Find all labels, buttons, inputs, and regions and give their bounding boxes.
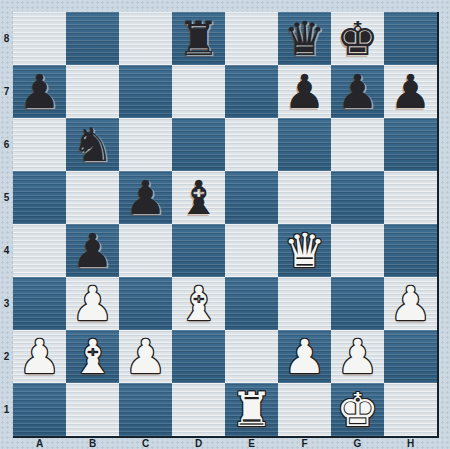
square-e3[interactable] (225, 277, 278, 330)
square-c4[interactable] (119, 224, 172, 277)
square-c7[interactable] (119, 65, 172, 118)
piece-black-pawn: ♟ (13, 65, 66, 118)
rank-label-6: 6 (0, 118, 13, 171)
square-b2[interactable]: ♝ (66, 330, 119, 383)
chess-board: ♜♛♚♟♟♟♟♞♟♝♟♛♟♝♟♟♝♟♟♟♜♚ (13, 12, 439, 438)
square-d6[interactable] (172, 118, 225, 171)
square-b5[interactable] (66, 171, 119, 224)
square-b7[interactable] (66, 65, 119, 118)
square-c3[interactable] (119, 277, 172, 330)
square-e6[interactable] (225, 118, 278, 171)
chess-diagram: 87654321 ♜♛♚♟♟♟♟♞♟♝♟♛♟♝♟♟♝♟♟♟♜♚ ABCDEFGH (0, 0, 450, 449)
file-label-e: E (225, 437, 278, 449)
square-f1[interactable] (278, 383, 331, 436)
square-c8[interactable] (119, 12, 172, 65)
file-label-c: C (119, 437, 172, 449)
square-b6[interactable]: ♞ (66, 118, 119, 171)
file-labels: ABCDEFGH (13, 437, 437, 449)
square-d8[interactable]: ♜ (172, 12, 225, 65)
square-g2[interactable]: ♟ (331, 330, 384, 383)
square-d2[interactable] (172, 330, 225, 383)
piece-black-pawn: ♟ (384, 65, 437, 118)
square-h2[interactable] (384, 330, 437, 383)
square-a2[interactable]: ♟ (13, 330, 66, 383)
square-g6[interactable] (331, 118, 384, 171)
piece-white-pawn: ♟ (13, 330, 66, 383)
piece-black-pawn: ♟ (66, 224, 119, 277)
file-label-g: G (331, 437, 384, 449)
square-g5[interactable] (331, 171, 384, 224)
square-c1[interactable] (119, 383, 172, 436)
square-b8[interactable] (66, 12, 119, 65)
square-e4[interactable] (225, 224, 278, 277)
rank-label-1: 1 (0, 383, 13, 436)
square-g4[interactable] (331, 224, 384, 277)
rank-label-8: 8 (0, 12, 13, 65)
square-d4[interactable] (172, 224, 225, 277)
piece-white-queen: ♛ (278, 224, 331, 277)
square-b3[interactable]: ♟ (66, 277, 119, 330)
square-e8[interactable] (225, 12, 278, 65)
square-b1[interactable] (66, 383, 119, 436)
square-e2[interactable] (225, 330, 278, 383)
piece-black-queen: ♛ (278, 12, 331, 65)
rank-label-4: 4 (0, 224, 13, 277)
rank-label-5: 5 (0, 171, 13, 224)
piece-black-knight: ♞ (66, 118, 119, 171)
square-d3[interactable]: ♝ (172, 277, 225, 330)
piece-white-pawn: ♟ (278, 330, 331, 383)
piece-black-rook: ♜ (172, 12, 225, 65)
piece-white-rook: ♜ (225, 383, 278, 436)
rank-label-2: 2 (0, 330, 13, 383)
square-h4[interactable] (384, 224, 437, 277)
square-e7[interactable] (225, 65, 278, 118)
square-e5[interactable] (225, 171, 278, 224)
square-h8[interactable] (384, 12, 437, 65)
square-f5[interactable] (278, 171, 331, 224)
square-g1[interactable]: ♚ (331, 383, 384, 436)
rank-label-3: 3 (0, 277, 13, 330)
piece-white-pawn: ♟ (66, 277, 119, 330)
rank-labels: 87654321 (0, 12, 13, 436)
piece-white-pawn: ♟ (384, 277, 437, 330)
square-d5[interactable]: ♝ (172, 171, 225, 224)
piece-white-pawn: ♟ (119, 330, 172, 383)
square-g7[interactable]: ♟ (331, 65, 384, 118)
square-d1[interactable] (172, 383, 225, 436)
square-f7[interactable]: ♟ (278, 65, 331, 118)
square-a7[interactable]: ♟ (13, 65, 66, 118)
square-f8[interactable]: ♛ (278, 12, 331, 65)
file-label-f: F (278, 437, 331, 449)
file-label-h: H (384, 437, 437, 449)
square-h1[interactable] (384, 383, 437, 436)
square-a5[interactable] (13, 171, 66, 224)
piece-black-pawn: ♟ (119, 171, 172, 224)
square-h7[interactable]: ♟ (384, 65, 437, 118)
file-label-d: D (172, 437, 225, 449)
file-label-a: A (13, 437, 66, 449)
square-f2[interactable]: ♟ (278, 330, 331, 383)
piece-black-king: ♚ (331, 12, 384, 65)
piece-black-pawn: ♟ (331, 65, 384, 118)
square-h3[interactable]: ♟ (384, 277, 437, 330)
square-c2[interactable]: ♟ (119, 330, 172, 383)
square-a6[interactable] (13, 118, 66, 171)
piece-white-king: ♚ (331, 383, 384, 436)
square-a4[interactable] (13, 224, 66, 277)
square-c6[interactable] (119, 118, 172, 171)
square-d7[interactable] (172, 65, 225, 118)
square-a8[interactable] (13, 12, 66, 65)
square-b4[interactable]: ♟ (66, 224, 119, 277)
rank-label-7: 7 (0, 65, 13, 118)
square-a1[interactable] (13, 383, 66, 436)
square-h5[interactable] (384, 171, 437, 224)
piece-black-bishop: ♝ (172, 171, 225, 224)
square-f3[interactable] (278, 277, 331, 330)
square-c5[interactable]: ♟ (119, 171, 172, 224)
square-e1[interactable]: ♜ (225, 383, 278, 436)
piece-black-pawn: ♟ (278, 65, 331, 118)
file-label-b: B (66, 437, 119, 449)
square-g8[interactable]: ♚ (331, 12, 384, 65)
square-f6[interactable] (278, 118, 331, 171)
square-f4[interactable]: ♛ (278, 224, 331, 277)
piece-white-pawn: ♟ (331, 330, 384, 383)
square-h6[interactable] (384, 118, 437, 171)
piece-white-bishop: ♝ (172, 277, 225, 330)
piece-white-bishop: ♝ (66, 330, 119, 383)
square-g3[interactable] (331, 277, 384, 330)
square-a3[interactable] (13, 277, 66, 330)
